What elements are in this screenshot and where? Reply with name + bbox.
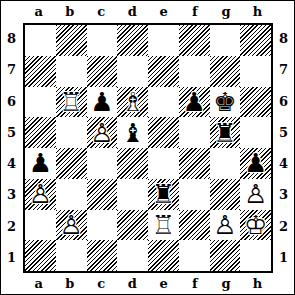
square-h1[interactable] <box>240 240 271 271</box>
piece-glyph: ♖ <box>152 210 175 240</box>
rank-label-6: 6 <box>273 86 294 117</box>
square-d1[interactable] <box>117 240 148 271</box>
rank-label-5: 5 <box>273 117 294 148</box>
square-c5[interactable]: ♟♙ <box>87 117 118 148</box>
square-e2[interactable]: ♜♖ <box>148 210 179 241</box>
square-d3[interactable] <box>117 179 148 210</box>
black-pawn-piece: ♟♟ <box>182 89 205 115</box>
square-e8[interactable] <box>148 25 179 56</box>
square-f3[interactable] <box>179 179 210 210</box>
square-f8[interactable] <box>179 25 210 56</box>
rank-label-8: 8 <box>273 23 294 54</box>
square-a7[interactable] <box>25 56 56 87</box>
square-d7[interactable] <box>117 56 148 87</box>
file-label-a: a <box>23 273 54 294</box>
square-c3[interactable] <box>87 179 118 210</box>
file-label-e: e <box>148 273 179 294</box>
rank-label-2: 2 <box>1 211 22 242</box>
board: ♜♖♟♟♝♗♟♟♚♚♟♙♝♝♜♜♟♟♟♟♟♙♜♜♟♙♟♙♜♖♟♙♚♔ <box>23 23 273 273</box>
square-b5[interactable] <box>56 117 87 148</box>
piece-glyph: ♙ <box>213 210 236 240</box>
square-h4[interactable]: ♟♟ <box>240 148 271 179</box>
rank-label-4: 4 <box>273 148 294 179</box>
square-b8[interactable] <box>56 25 87 56</box>
square-a8[interactable] <box>25 25 56 56</box>
square-a2[interactable] <box>25 210 56 241</box>
files-top: abcdefgh <box>23 1 273 22</box>
square-g4[interactable] <box>210 148 241 179</box>
white-rook-piece: ♜♖ <box>59 89 82 115</box>
piece-glyph: ♗ <box>121 87 144 117</box>
piece-glyph: ♔ <box>244 210 267 240</box>
square-e6[interactable] <box>148 87 179 118</box>
chess-diagram: abcdefgh 87654321 ♜♖♟♟♝♗♟♟♚♚♟♙♝♝♜♜♟♟♟♟♟♙… <box>0 0 295 295</box>
square-g1[interactable] <box>210 240 241 271</box>
piece-glyph: ♝ <box>121 118 144 148</box>
square-g3[interactable] <box>210 179 241 210</box>
rank-label-5: 5 <box>1 117 22 148</box>
piece-glyph: ♟ <box>244 148 267 178</box>
white-pawn-piece: ♟♙ <box>59 212 82 238</box>
white-king-piece: ♚♔ <box>244 212 267 238</box>
piece-glyph: ♚ <box>213 87 236 117</box>
file-label-c: c <box>86 273 117 294</box>
square-e4[interactable] <box>148 148 179 179</box>
white-pawn-piece: ♟♙ <box>244 181 267 207</box>
piece-glyph: ♜ <box>213 118 236 148</box>
rank-label-6: 6 <box>1 86 22 117</box>
square-e7[interactable] <box>148 56 179 87</box>
square-g5[interactable]: ♜♜ <box>210 117 241 148</box>
square-g8[interactable] <box>210 25 241 56</box>
square-g7[interactable] <box>210 56 241 87</box>
square-f5[interactable] <box>179 117 210 148</box>
white-pawn-piece: ♟♙ <box>29 181 52 207</box>
rank-label-1: 1 <box>1 242 22 273</box>
piece-glyph: ♙ <box>59 210 82 240</box>
square-b4[interactable] <box>56 148 87 179</box>
white-pawn-piece: ♟♙ <box>90 120 113 146</box>
black-pawn-piece: ♟♟ <box>244 150 267 176</box>
square-f4[interactable] <box>179 148 210 179</box>
square-b1[interactable] <box>56 240 87 271</box>
square-a4[interactable]: ♟♟ <box>25 148 56 179</box>
file-label-f: f <box>179 1 210 22</box>
square-e3[interactable]: ♜♜ <box>148 179 179 210</box>
square-e5[interactable] <box>148 117 179 148</box>
white-bishop-piece: ♝♗ <box>121 89 144 115</box>
square-d2[interactable] <box>117 210 148 241</box>
square-e1[interactable] <box>148 240 179 271</box>
square-h7[interactable] <box>240 56 271 87</box>
square-a1[interactable] <box>25 240 56 271</box>
file-label-d: d <box>117 1 148 22</box>
square-c1[interactable] <box>87 240 118 271</box>
file-label-g: g <box>211 1 242 22</box>
piece-glyph: ♟ <box>29 148 52 178</box>
file-label-b: b <box>54 273 85 294</box>
square-d4[interactable] <box>117 148 148 179</box>
black-pawn-piece: ♟♟ <box>29 150 52 176</box>
square-c7[interactable] <box>87 56 118 87</box>
square-b6[interactable]: ♜♖ <box>56 87 87 118</box>
square-g2[interactable]: ♟♙ <box>210 210 241 241</box>
file-label-c: c <box>86 1 117 22</box>
ranks-left: 87654321 <box>1 23 22 273</box>
square-h2[interactable]: ♚♔ <box>240 210 271 241</box>
square-h8[interactable] <box>240 25 271 56</box>
rank-label-3: 3 <box>1 179 22 210</box>
black-bishop-piece: ♝♝ <box>121 120 144 146</box>
square-h6[interactable] <box>240 87 271 118</box>
piece-glyph: ♙ <box>29 179 52 209</box>
square-f2[interactable] <box>179 210 210 241</box>
file-label-a: a <box>23 1 54 22</box>
file-label-g: g <box>211 273 242 294</box>
square-g6[interactable]: ♚♚ <box>210 87 241 118</box>
piece-glyph: ♟ <box>90 87 113 117</box>
piece-glyph: ♟ <box>182 87 205 117</box>
square-c2[interactable] <box>87 210 118 241</box>
piece-glyph: ♖ <box>59 87 82 117</box>
square-c6[interactable]: ♟♟ <box>87 87 118 118</box>
square-h3[interactable]: ♟♙ <box>240 179 271 210</box>
piece-glyph: ♙ <box>90 118 113 148</box>
file-label-b: b <box>54 1 85 22</box>
file-label-h: h <box>242 1 273 22</box>
black-pawn-piece: ♟♟ <box>90 89 113 115</box>
square-d8[interactable] <box>117 25 148 56</box>
square-c4[interactable] <box>87 148 118 179</box>
square-d6[interactable]: ♝♗ <box>117 87 148 118</box>
files-bottom: abcdefgh <box>23 273 273 294</box>
white-rook-piece: ♜♖ <box>152 212 175 238</box>
square-a3[interactable]: ♟♙ <box>25 179 56 210</box>
square-a5[interactable] <box>25 117 56 148</box>
square-b7[interactable] <box>56 56 87 87</box>
rank-label-3: 3 <box>273 179 294 210</box>
square-a6[interactable] <box>25 87 56 118</box>
square-h5[interactable] <box>240 117 271 148</box>
square-b3[interactable] <box>56 179 87 210</box>
rank-label-1: 1 <box>273 242 294 273</box>
rank-label-8: 8 <box>1 23 22 54</box>
square-f1[interactable] <box>179 240 210 271</box>
file-label-f: f <box>179 273 210 294</box>
square-f7[interactable] <box>179 56 210 87</box>
rank-label-2: 2 <box>273 211 294 242</box>
square-d5[interactable]: ♝♝ <box>117 117 148 148</box>
black-rook-piece: ♜♜ <box>152 181 175 207</box>
black-rook-piece: ♜♜ <box>213 120 236 146</box>
square-f6[interactable]: ♟♟ <box>179 87 210 118</box>
file-label-d: d <box>117 273 148 294</box>
ranks-right: 87654321 <box>273 23 294 273</box>
black-king-piece: ♚♚ <box>213 89 236 115</box>
file-label-e: e <box>148 1 179 22</box>
white-pawn-piece: ♟♙ <box>213 212 236 238</box>
file-label-h: h <box>242 273 273 294</box>
rank-label-4: 4 <box>1 148 22 179</box>
rank-label-7: 7 <box>1 54 22 85</box>
piece-glyph: ♙ <box>244 179 267 209</box>
square-c8[interactable] <box>87 25 118 56</box>
square-b2[interactable]: ♟♙ <box>56 210 87 241</box>
piece-glyph: ♜ <box>152 179 175 209</box>
rank-label-7: 7 <box>273 54 294 85</box>
